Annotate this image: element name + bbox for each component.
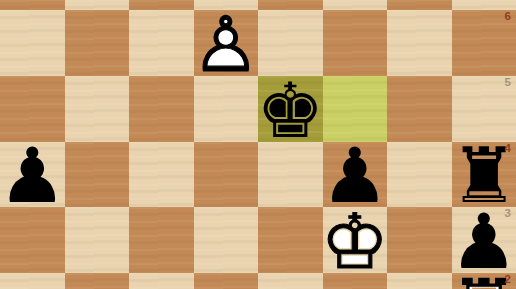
square-h7[interactable]	[452, 0, 516, 10]
square-b4[interactable]	[65, 142, 130, 208]
white-pawn-outline-glyph: ♙	[192, 7, 260, 83]
square-d3[interactable]	[194, 207, 259, 273]
square-h6[interactable]: 6	[452, 10, 516, 76]
square-e5[interactable]: ♚	[258, 76, 323, 142]
square-g5[interactable]	[387, 76, 452, 142]
square-g7[interactable]	[387, 0, 452, 10]
white-king-f3: ♚♔	[323, 207, 388, 273]
square-b6[interactable]	[65, 10, 130, 76]
white-king-outline-glyph: ♔	[321, 204, 389, 280]
square-g3[interactable]	[387, 207, 452, 273]
square-a4[interactable]: ♟	[0, 142, 65, 208]
white-pawn-d6: ♟♙	[194, 10, 259, 76]
rank-label-3: 3	[505, 208, 511, 220]
square-f7[interactable]	[323, 0, 388, 10]
square-c4[interactable]	[129, 142, 194, 208]
square-c2[interactable]	[129, 273, 194, 289]
square-d2[interactable]	[194, 273, 259, 289]
square-e7[interactable]	[258, 0, 323, 10]
rank-label-4: 4	[505, 143, 511, 155]
black-pawn-glyph: ♟	[0, 138, 66, 214]
square-b3[interactable]	[65, 207, 130, 273]
chess-board: ♟♙6♚5♟♟4♜♚♔3♟2♜♖	[0, 0, 516, 289]
rank-label-5: 5	[505, 77, 511, 89]
square-e3[interactable]	[258, 207, 323, 273]
square-c3[interactable]	[129, 207, 194, 273]
square-b2[interactable]	[65, 273, 130, 289]
square-a2[interactable]	[0, 273, 65, 289]
black-king-glyph: ♚	[256, 73, 324, 149]
rank-label-2: 2	[505, 274, 511, 286]
square-b7[interactable]	[65, 0, 130, 10]
black-king-e5: ♚	[258, 76, 323, 142]
square-b5[interactable]	[65, 76, 130, 142]
square-g2[interactable]	[387, 273, 452, 289]
square-g6[interactable]	[387, 10, 452, 76]
square-d6[interactable]: ♟♙	[194, 10, 259, 76]
square-c5[interactable]	[129, 76, 194, 142]
square-a7[interactable]	[0, 0, 65, 10]
square-c6[interactable]	[129, 10, 194, 76]
square-e2[interactable]	[258, 273, 323, 289]
black-pawn-a4: ♟	[0, 142, 65, 208]
square-g4[interactable]	[387, 142, 452, 208]
square-f3[interactable]: ♚♔	[323, 207, 388, 273]
rank-label-6: 6	[505, 11, 511, 23]
square-a6[interactable]	[0, 10, 65, 76]
chess-board-viewport: ♟♙6♚5♟♟4♜♚♔3♟2♜♖	[0, 0, 516, 289]
square-h2[interactable]: 2♜♖	[452, 273, 516, 289]
square-d4[interactable]	[194, 142, 259, 208]
square-f6[interactable]	[323, 10, 388, 76]
square-c7[interactable]	[129, 0, 194, 10]
